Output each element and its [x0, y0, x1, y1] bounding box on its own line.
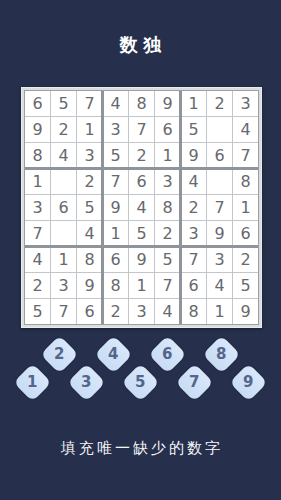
sudoku-cell-r1c8: 2: [207, 91, 232, 116]
sudoku-cell-r3c7: 9: [181, 143, 206, 168]
sudoku-cell-r7c8: 3: [207, 247, 232, 272]
sudoku-cell-r5c2: 6: [51, 195, 76, 220]
sudoku-cell-r6c2[interactable]: [51, 221, 76, 246]
sudoku-cell-r1c2: 5: [51, 91, 76, 116]
sudoku-cell-r8c1: 2: [25, 273, 50, 298]
sudoku-cell-r9c4: 2: [103, 299, 128, 324]
number-tile-3[interactable]: 3: [67, 363, 105, 401]
sudoku-cell-r1c3: 7: [77, 91, 102, 116]
number-tile-label: 9: [243, 375, 253, 390]
sudoku-cell-r3c6: 1: [155, 143, 180, 168]
sudoku-cell-r3c4: 5: [103, 143, 128, 168]
sudoku-cell-r4c6: 3: [155, 169, 180, 194]
sudoku-cell-r4c1: 1: [25, 169, 50, 194]
sudoku-cell-r5c1: 3: [25, 195, 50, 220]
sudoku-cell-r9c2: 7: [51, 299, 76, 324]
sudoku-cell-r9c1: 5: [25, 299, 50, 324]
sudoku-cell-r2c9: 4: [233, 117, 258, 142]
sudoku-cell-r5c9: 1: [233, 195, 258, 220]
sudoku-cell-r3c9: 7: [233, 143, 258, 168]
sudoku-cell-r9c8: 1: [207, 299, 232, 324]
sudoku-cell-r4c2[interactable]: [51, 169, 76, 194]
sudoku-cell-r1c1: 6: [25, 91, 50, 116]
number-tile-label: 4: [108, 347, 118, 362]
sudoku-cell-r9c6: 4: [155, 299, 180, 324]
page-title: 数独: [0, 33, 281, 57]
sudoku-cell-r8c3: 9: [77, 273, 102, 298]
sudoku-cell-r2c3: 1: [77, 117, 102, 142]
sudoku-cell-r5c7: 2: [181, 195, 206, 220]
sudoku-cell-r3c2: 4: [51, 143, 76, 168]
sudoku-cell-r1c5: 8: [129, 91, 154, 116]
sudoku-cell-r9c5: 3: [129, 299, 154, 324]
sudoku-cell-r6c7: 3: [181, 221, 206, 246]
sudoku-cell-r8c8: 4: [207, 273, 232, 298]
sudoku-cell-r1c7: 1: [181, 91, 206, 116]
sudoku-cell-r7c9: 2: [233, 247, 258, 272]
sudoku-cell-r4c4: 7: [103, 169, 128, 194]
sudoku-cell-r8c4: 8: [103, 273, 128, 298]
sudoku-cell-r7c5: 9: [129, 247, 154, 272]
number-tile-label: 7: [189, 375, 199, 390]
sudoku-cell-r8c5: 1: [129, 273, 154, 298]
sudoku-cell-r8c9: 5: [233, 273, 258, 298]
number-tile-9[interactable]: 9: [229, 363, 267, 401]
sudoku-cell-r7c7: 7: [181, 247, 206, 272]
number-tile-2[interactable]: 2: [40, 335, 78, 373]
number-tile-label: 2: [54, 347, 64, 362]
sudoku-cell-r4c9: 8: [233, 169, 258, 194]
sudoku-cell-r4c7: 4: [181, 169, 206, 194]
sudoku-cell-r5c6: 8: [155, 195, 180, 220]
sudoku-cell-r5c8: 7: [207, 195, 232, 220]
sudoku-board: 6574891239213765484352196712763483659482…: [24, 90, 259, 325]
number-tile-8[interactable]: 8: [202, 335, 240, 373]
number-tile-1[interactable]: 1: [13, 363, 51, 401]
sudoku-cell-r6c6: 2: [155, 221, 180, 246]
sudoku-cell-r5c3: 5: [77, 195, 102, 220]
sudoku-cell-r4c8[interactable]: [207, 169, 232, 194]
sudoku-cell-r5c4: 9: [103, 195, 128, 220]
number-tile-label: 8: [216, 347, 226, 362]
sudoku-cell-r7c3: 8: [77, 247, 102, 272]
sudoku-cell-r6c3: 4: [77, 221, 102, 246]
sudoku-cell-r6c5: 5: [129, 221, 154, 246]
sudoku-cell-r2c4: 3: [103, 117, 128, 142]
number-tile-label: 3: [81, 375, 91, 390]
number-tile-6[interactable]: 6: [148, 335, 186, 373]
sudoku-cell-r9c9: 9: [233, 299, 258, 324]
instruction-text: 填充唯一缺少的数字: [0, 439, 281, 458]
sudoku-cell-r2c5: 7: [129, 117, 154, 142]
sudoku-cell-r7c4: 6: [103, 247, 128, 272]
sudoku-cell-r7c2: 1: [51, 247, 76, 272]
sudoku-cell-r8c7: 6: [181, 273, 206, 298]
sudoku-cell-r3c8: 6: [207, 143, 232, 168]
sudoku-cell-r9c3: 6: [77, 299, 102, 324]
sudoku-cell-r2c1: 9: [25, 117, 50, 142]
sudoku-board-frame: 6574891239213765484352196712763483659482…: [21, 87, 262, 328]
number-tile-5[interactable]: 5: [121, 363, 159, 401]
sudoku-cell-r3c3: 3: [77, 143, 102, 168]
sudoku-cell-r4c5: 6: [129, 169, 154, 194]
sudoku-cell-r6c9: 6: [233, 221, 258, 246]
sudoku-cell-r6c4: 1: [103, 221, 128, 246]
number-tile-4[interactable]: 4: [94, 335, 132, 373]
sudoku-cell-r7c6: 5: [155, 247, 180, 272]
sudoku-cell-r3c1: 8: [25, 143, 50, 168]
sudoku-cell-r6c8: 9: [207, 221, 232, 246]
sudoku-cell-r4c3: 2: [77, 169, 102, 194]
number-tile-label: 6: [162, 347, 172, 362]
sudoku-cell-r8c6: 7: [155, 273, 180, 298]
sudoku-cell-r8c2: 3: [51, 273, 76, 298]
sudoku-cell-r2c7: 5: [181, 117, 206, 142]
number-tile-label: 1: [27, 375, 37, 390]
sudoku-cell-r3c5: 2: [129, 143, 154, 168]
sudoku-cell-r5c5: 4: [129, 195, 154, 220]
sudoku-cell-r2c8[interactable]: [207, 117, 232, 142]
number-tile-label: 5: [135, 375, 145, 390]
sudoku-cell-r2c2: 2: [51, 117, 76, 142]
sudoku-cell-r1c9: 3: [233, 91, 258, 116]
sudoku-cell-r9c7: 8: [181, 299, 206, 324]
number-tile-7[interactable]: 7: [175, 363, 213, 401]
sudoku-cell-r1c6: 9: [155, 91, 180, 116]
sudoku-cell-r1c4: 4: [103, 91, 128, 116]
sudoku-cell-r6c1: 7: [25, 221, 50, 246]
sudoku-cell-r2c6: 6: [155, 117, 180, 142]
sudoku-cell-r7c1: 4: [25, 247, 50, 272]
